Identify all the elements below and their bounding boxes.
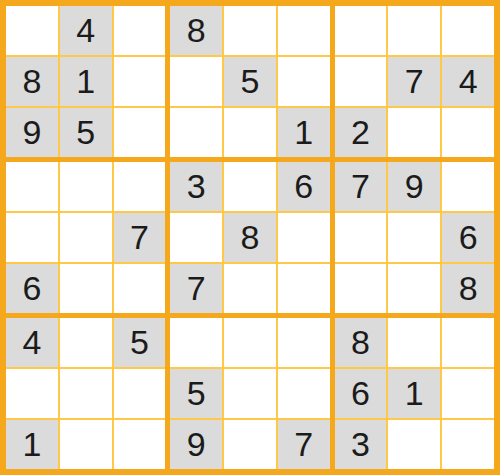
cell-r4c2[interactable] <box>60 162 112 211</box>
cell-r9c3[interactable] <box>114 420 166 469</box>
sudoku-box-r2c1: 76 <box>6 162 165 313</box>
cell-r4c8[interactable]: 9 <box>388 162 440 211</box>
sudoku-box-r3c1: 451 <box>6 318 165 469</box>
cell-r4c1[interactable] <box>6 162 58 211</box>
cell-r9c1[interactable]: 1 <box>6 420 58 469</box>
cell-r6c9[interactable]: 8 <box>442 264 494 313</box>
cell-r5c1[interactable] <box>6 213 58 262</box>
cell-r2c2[interactable]: 1 <box>60 57 112 106</box>
cell-r3c1[interactable]: 9 <box>6 108 58 157</box>
sudoku-box-r3c3: 8613 <box>335 318 494 469</box>
cell-r6c7[interactable] <box>335 264 387 313</box>
cell-r9c4[interactable]: 9 <box>170 420 222 469</box>
sudoku-board: 4819585174276368779684515978613 <box>0 0 500 475</box>
cell-r6c2[interactable] <box>60 264 112 313</box>
cell-r8c9[interactable] <box>442 369 494 418</box>
cell-r8c8[interactable]: 1 <box>388 369 440 418</box>
sudoku-box-r3c2: 597 <box>170 318 329 469</box>
cell-r3c2[interactable]: 5 <box>60 108 112 157</box>
cell-r3c3[interactable] <box>114 108 166 157</box>
cell-r4c3[interactable] <box>114 162 166 211</box>
cell-r1c7[interactable] <box>335 6 387 55</box>
cell-r7c6[interactable] <box>278 318 330 367</box>
cell-r4c6[interactable]: 6 <box>278 162 330 211</box>
cell-r3c5[interactable] <box>224 108 276 157</box>
cell-r1c1[interactable] <box>6 6 58 55</box>
cell-r3c6[interactable]: 1 <box>278 108 330 157</box>
cell-r2c4[interactable] <box>170 57 222 106</box>
sudoku-box-r1c1: 48195 <box>6 6 165 157</box>
cell-r7c1[interactable]: 4 <box>6 318 58 367</box>
cell-r6c4[interactable]: 7 <box>170 264 222 313</box>
sudoku-box-r1c2: 851 <box>170 6 329 157</box>
cell-r1c4[interactable]: 8 <box>170 6 222 55</box>
cell-r2c1[interactable]: 8 <box>6 57 58 106</box>
cell-r4c5[interactable] <box>224 162 276 211</box>
sudoku-box-r1c3: 742 <box>335 6 494 157</box>
sudoku-box-r2c3: 7968 <box>335 162 494 313</box>
cell-r5c8[interactable] <box>388 213 440 262</box>
cell-r9c8[interactable] <box>388 420 440 469</box>
cell-r6c3[interactable] <box>114 264 166 313</box>
cell-r7c8[interactable] <box>388 318 440 367</box>
cell-r8c3[interactable] <box>114 369 166 418</box>
cell-r2c5[interactable]: 5 <box>224 57 276 106</box>
cell-r5c5[interactable]: 8 <box>224 213 276 262</box>
cell-r2c3[interactable] <box>114 57 166 106</box>
cell-r3c7[interactable]: 2 <box>335 108 387 157</box>
cell-r4c9[interactable] <box>442 162 494 211</box>
cell-r7c7[interactable]: 8 <box>335 318 387 367</box>
cell-r1c2[interactable]: 4 <box>60 6 112 55</box>
cell-r2c8[interactable]: 7 <box>388 57 440 106</box>
cell-r7c9[interactable] <box>442 318 494 367</box>
cell-r1c6[interactable] <box>278 6 330 55</box>
cell-r9c9[interactable] <box>442 420 494 469</box>
cell-r5c6[interactable] <box>278 213 330 262</box>
sudoku-box-r2c2: 3687 <box>170 162 329 313</box>
cell-r6c6[interactable] <box>278 264 330 313</box>
cell-r7c3[interactable]: 5 <box>114 318 166 367</box>
cell-r5c3[interactable]: 7 <box>114 213 166 262</box>
cell-r5c2[interactable] <box>60 213 112 262</box>
cell-r6c5[interactable] <box>224 264 276 313</box>
cell-r3c8[interactable] <box>388 108 440 157</box>
cell-r9c7[interactable]: 3 <box>335 420 387 469</box>
cell-r7c5[interactable] <box>224 318 276 367</box>
cell-r5c4[interactable] <box>170 213 222 262</box>
cell-r1c3[interactable] <box>114 6 166 55</box>
cell-r4c7[interactable]: 7 <box>335 162 387 211</box>
cell-r8c5[interactable] <box>224 369 276 418</box>
cell-r6c8[interactable] <box>388 264 440 313</box>
cell-r6c1[interactable]: 6 <box>6 264 58 313</box>
cell-r7c2[interactable] <box>60 318 112 367</box>
cell-r8c6[interactable] <box>278 369 330 418</box>
cell-r8c2[interactable] <box>60 369 112 418</box>
cell-r7c4[interactable] <box>170 318 222 367</box>
cell-r2c6[interactable] <box>278 57 330 106</box>
cell-r9c2[interactable] <box>60 420 112 469</box>
cell-r8c1[interactable] <box>6 369 58 418</box>
cell-r8c4[interactable]: 5 <box>170 369 222 418</box>
cell-r5c7[interactable] <box>335 213 387 262</box>
cell-r9c6[interactable]: 7 <box>278 420 330 469</box>
cell-r5c9[interactable]: 6 <box>442 213 494 262</box>
cell-r9c5[interactable] <box>224 420 276 469</box>
cell-r2c7[interactable] <box>335 57 387 106</box>
cell-r1c9[interactable] <box>442 6 494 55</box>
cell-r1c5[interactable] <box>224 6 276 55</box>
cell-r3c9[interactable] <box>442 108 494 157</box>
cell-r3c4[interactable] <box>170 108 222 157</box>
cell-r8c7[interactable]: 6 <box>335 369 387 418</box>
cell-r2c9[interactable]: 4 <box>442 57 494 106</box>
cell-r4c4[interactable]: 3 <box>170 162 222 211</box>
cell-r1c8[interactable] <box>388 6 440 55</box>
